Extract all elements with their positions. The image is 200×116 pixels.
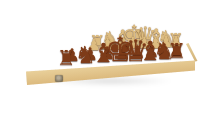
board-square — [128, 59, 145, 63]
board-square — [135, 50, 148, 52]
board-square — [67, 56, 89, 60]
board-square — [147, 51, 160, 54]
board-square — [150, 46, 161, 48]
white-queen: ♛ — [134, 24, 157, 50]
black-rook: ♜ — [57, 48, 76, 69]
board-square — [159, 51, 171, 53]
board-square — [171, 47, 181, 49]
white-king: ♚ — [121, 22, 147, 51]
black-queen: ♛ — [122, 36, 149, 66]
board-square — [148, 50, 160, 52]
board-square — [158, 55, 171, 58]
white-bishop: ♝ — [112, 27, 133, 50]
board-square — [97, 49, 114, 51]
board-square — [61, 59, 85, 63]
white-knight: ♞ — [101, 30, 119, 50]
board-square — [116, 46, 130, 48]
board-square — [132, 54, 147, 57]
board-square — [171, 44, 181, 46]
black-king: ♚ — [105, 34, 135, 68]
board-square — [171, 46, 181, 48]
board-square — [171, 57, 184, 60]
board-square — [124, 49, 138, 51]
black-pawn: ♟ — [82, 46, 98, 63]
black-pawn: ♟ — [144, 43, 160, 60]
board-square — [160, 48, 171, 50]
board-square — [82, 50, 100, 53]
board-square — [115, 57, 132, 60]
board-square — [78, 52, 97, 55]
board-square — [103, 46, 118, 48]
board-square — [161, 45, 171, 47]
black-knight: ♞ — [75, 44, 96, 68]
white-rook: ♜ — [168, 30, 184, 48]
product-photo-chess-set: ♜♞♝♚♛♝♞♜♟♟♟♟♟♟♟♟♟♟♟♟♟♟♟♟♜♞♝♚♛♝♞♜ — [0, 0, 200, 116]
white-bishop: ♝ — [146, 26, 167, 49]
board-square — [90, 53, 109, 56]
board-square — [171, 55, 183, 58]
board-square — [138, 47, 150, 49]
white-pawn: ♟ — [169, 34, 183, 50]
board-square — [151, 45, 162, 47]
board-square — [94, 60, 115, 64]
white-pawn: ♟ — [87, 36, 101, 52]
white-pawn: ♟ — [113, 35, 127, 51]
board-square — [171, 53, 183, 56]
board-square — [143, 58, 158, 61]
board-square — [137, 48, 150, 50]
black-knight: ♞ — [153, 39, 174, 63]
board-square — [85, 56, 105, 59]
board-square — [171, 49, 182, 51]
black-pawn: ♟ — [99, 45, 115, 62]
white-pawn: ♟ — [159, 34, 173, 50]
board-square — [160, 49, 171, 51]
white-pawn: ♟ — [137, 35, 151, 51]
board-square — [171, 51, 182, 53]
board-square — [140, 45, 152, 47]
board-square — [126, 47, 139, 49]
board-square — [159, 53, 171, 56]
board-square — [157, 57, 170, 60]
black-bishop: ♝ — [91, 40, 115, 67]
fold-seam — [62, 50, 191, 55]
board-square — [102, 55, 120, 58]
board-square — [128, 45, 141, 47]
board-square — [108, 51, 124, 54]
black-pawn: ♟ — [130, 44, 146, 61]
board-square — [114, 47, 128, 49]
board-square — [80, 58, 101, 62]
board-square — [55, 62, 81, 67]
board-square — [122, 50, 137, 53]
clasp-icon — [55, 75, 63, 82]
board-square — [98, 58, 117, 62]
white-pawn: ♟ — [148, 34, 162, 50]
board-square — [161, 46, 171, 48]
black-rook: ♜ — [168, 41, 187, 62]
board-square — [130, 56, 146, 59]
board-square — [120, 52, 136, 55]
white-knight: ♞ — [157, 28, 175, 48]
board-square — [149, 48, 161, 50]
white-rook: ♜ — [89, 32, 105, 50]
board-square — [134, 52, 148, 55]
board-square — [73, 54, 94, 57]
board-square — [111, 60, 130, 64]
board-square — [105, 53, 122, 56]
board-square — [144, 56, 158, 59]
white-pawn: ♟ — [101, 36, 115, 52]
board-square — [117, 55, 133, 58]
board-square — [90, 46, 106, 48]
board-square — [86, 48, 103, 50]
black-pawn: ♟ — [157, 42, 173, 59]
black-pawn: ♟ — [169, 42, 185, 59]
board-square — [111, 49, 126, 51]
board-square — [100, 47, 116, 49]
black-pawn: ♟ — [115, 45, 131, 62]
board-square — [146, 54, 160, 57]
white-pawn: ♟ — [126, 35, 140, 51]
black-pawn: ♟ — [64, 47, 80, 64]
black-bishop: ♝ — [138, 38, 162, 65]
board-square — [93, 51, 111, 54]
board-square — [75, 61, 98, 65]
